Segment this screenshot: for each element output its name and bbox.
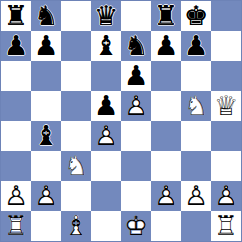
knight-glyph-outline: ♘ [121,31,151,61]
square-h5[interactable]: ♛♕ [211,91,241,121]
square-c1[interactable]: ♝♗ [61,211,91,241]
king-glyph-outline: ♔ [181,1,211,31]
square-d3[interactable] [91,151,121,181]
square-f8[interactable]: ♜♖ [151,1,181,31]
square-f2[interactable]: ♟♙ [151,181,181,211]
square-d5[interactable]: ♟♙ [91,91,121,121]
square-b4[interactable]: ♝♗ [31,121,61,151]
square-c8[interactable] [61,1,91,31]
piece-black-rook[interactable]: ♜♖ [151,1,181,31]
square-g2[interactable]: ♟♙ [181,181,211,211]
pawn-glyph-outline: ♙ [121,91,151,121]
square-c3[interactable]: ♞♘ [61,151,91,181]
square-b7[interactable]: ♟♙ [31,31,61,61]
knight-glyph-outline: ♘ [181,91,211,121]
square-c5[interactable] [61,91,91,121]
square-a6[interactable] [1,61,31,91]
piece-white-king[interactable]: ♚♔ [121,211,151,241]
square-e4[interactable] [121,121,151,151]
pawn-glyph-outline: ♙ [151,31,181,61]
square-d4[interactable]: ♟♙ [91,121,121,151]
square-f7[interactable]: ♟♙ [151,31,181,61]
piece-black-pawn[interactable]: ♟♙ [181,31,211,61]
square-c2[interactable] [61,181,91,211]
square-e5[interactable]: ♟♙ [121,91,151,121]
square-d2[interactable] [91,181,121,211]
piece-white-knight[interactable]: ♞♘ [61,151,91,181]
square-g6[interactable] [181,61,211,91]
square-g4[interactable] [181,121,211,151]
square-h4[interactable] [211,121,241,151]
square-e2[interactable] [121,181,151,211]
square-e8[interactable] [121,1,151,31]
pawn-glyph-outline: ♙ [31,31,61,61]
square-a2[interactable]: ♟♙ [1,181,31,211]
piece-white-pawn[interactable]: ♟♙ [121,91,151,121]
knight-glyph-outline: ♘ [31,1,61,31]
king-glyph-outline: ♔ [121,211,151,241]
piece-white-rook[interactable]: ♜♖ [1,211,31,241]
piece-white-rook[interactable]: ♜♖ [211,211,241,241]
piece-white-queen[interactable]: ♛♕ [211,91,241,121]
bishop-glyph-outline: ♗ [91,31,121,61]
pawn-glyph-outline: ♙ [31,181,61,211]
square-b1[interactable] [31,211,61,241]
square-a5[interactable] [1,91,31,121]
piece-white-knight[interactable]: ♞♘ [181,91,211,121]
square-h2[interactable]: ♟♙ [211,181,241,211]
square-e6[interactable]: ♟♙ [121,61,151,91]
square-a1[interactable]: ♜♖ [1,211,31,241]
piece-white-pawn[interactable]: ♟♙ [211,181,241,211]
chess-board-wrapper: ♜♖♞♘♛♕♜♖♚♔♟♙♟♙♝♗♞♘♟♙♟♙♟♙♟♙♟♙♞♘♛♕♝♗♟♙♞♘♟♙… [0,0,242,242]
square-a3[interactable] [1,151,31,181]
piece-white-pawn[interactable]: ♟♙ [1,181,31,211]
piece-black-pawn[interactable]: ♟♙ [121,61,151,91]
square-h8[interactable] [211,1,241,31]
pawn-glyph-outline: ♙ [211,181,241,211]
piece-black-bishop[interactable]: ♝♗ [31,121,61,151]
piece-black-queen[interactable]: ♛♕ [91,1,121,31]
square-a7[interactable]: ♟♙ [1,31,31,61]
knight-glyph-outline: ♘ [61,151,91,181]
square-g8[interactable]: ♚♔ [181,1,211,31]
square-c4[interactable] [61,121,91,151]
pawn-glyph-outline: ♙ [181,181,211,211]
pawn-glyph-outline: ♙ [151,181,181,211]
square-e3[interactable] [121,151,151,181]
square-e7[interactable]: ♞♘ [121,31,151,61]
square-b8[interactable]: ♞♘ [31,1,61,31]
piece-black-pawn[interactable]: ♟♙ [91,91,121,121]
bishop-glyph-outline: ♗ [61,211,91,241]
piece-black-knight[interactable]: ♞♘ [121,31,151,61]
square-a4[interactable] [1,121,31,151]
square-h3[interactable] [211,151,241,181]
piece-white-pawn[interactable]: ♟♙ [181,181,211,211]
piece-white-pawn[interactable]: ♟♙ [31,181,61,211]
piece-white-pawn[interactable]: ♟♙ [91,121,121,151]
square-g1[interactable] [181,211,211,241]
square-b5[interactable] [31,91,61,121]
rook-glyph-outline: ♖ [151,1,181,31]
piece-black-knight[interactable]: ♞♘ [31,1,61,31]
piece-black-king[interactable]: ♚♔ [181,1,211,31]
square-d7[interactable]: ♝♗ [91,31,121,61]
pawn-glyph-outline: ♙ [91,121,121,151]
square-b2[interactable]: ♟♙ [31,181,61,211]
square-f6[interactable] [151,61,181,91]
queen-glyph-outline: ♕ [91,1,121,31]
pawn-glyph-outline: ♙ [121,61,151,91]
rook-glyph-outline: ♖ [1,1,31,31]
square-g7[interactable]: ♟♙ [181,31,211,61]
square-f3[interactable] [151,151,181,181]
square-f4[interactable] [151,121,181,151]
square-d6[interactable] [91,61,121,91]
square-d8[interactable]: ♛♕ [91,1,121,31]
piece-white-bishop[interactable]: ♝♗ [61,211,91,241]
square-e1[interactable]: ♚♔ [121,211,151,241]
pawn-glyph-outline: ♙ [1,181,31,211]
square-g3[interactable] [181,151,211,181]
square-f5[interactable] [151,91,181,121]
piece-black-pawn[interactable]: ♟♙ [1,31,31,61]
chess-board: ♜♖♞♘♛♕♜♖♚♔♟♙♟♙♝♗♞♘♟♙♟♙♟♙♟♙♟♙♞♘♛♕♝♗♟♙♞♘♟♙… [0,0,242,242]
piece-black-pawn[interactable]: ♟♙ [151,31,181,61]
square-h7[interactable] [211,31,241,61]
square-b6[interactable] [31,61,61,91]
piece-black-pawn[interactable]: ♟♙ [31,31,61,61]
square-d1[interactable] [91,211,121,241]
pawn-glyph-outline: ♙ [91,91,121,121]
rook-glyph-outline: ♖ [1,211,31,241]
pawn-glyph-outline: ♙ [181,31,211,61]
bishop-glyph-outline: ♗ [31,121,61,151]
square-f1[interactable] [151,211,181,241]
piece-white-pawn[interactable]: ♟♙ [151,181,181,211]
piece-black-rook[interactable]: ♜♖ [1,1,31,31]
piece-black-bishop[interactable]: ♝♗ [91,31,121,61]
square-c6[interactable] [61,61,91,91]
queen-glyph-outline: ♕ [211,91,241,121]
pawn-glyph-outline: ♙ [1,31,31,61]
square-g5[interactable]: ♞♘ [181,91,211,121]
square-h6[interactable] [211,61,241,91]
rook-glyph-outline: ♖ [211,211,241,241]
square-a8[interactable]: ♜♖ [1,1,31,31]
square-c7[interactable] [61,31,91,61]
square-b3[interactable] [31,151,61,181]
square-h1[interactable]: ♜♖ [211,211,241,241]
